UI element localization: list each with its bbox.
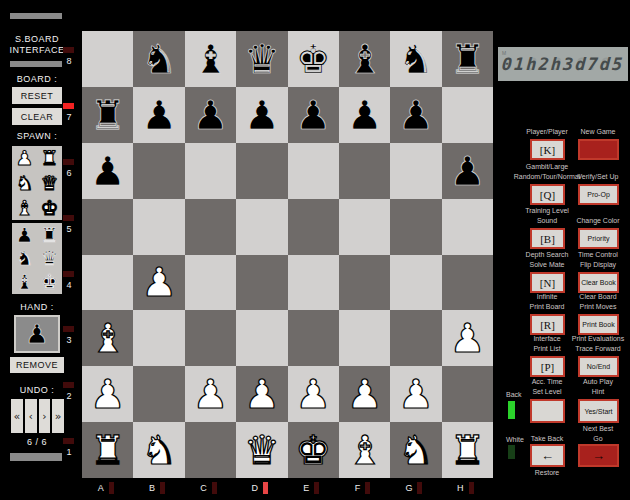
black-pawn: ♟ (398, 95, 434, 135)
rank-label-5: 5 (60, 224, 78, 234)
square-a8[interactable] (82, 31, 133, 87)
white-queen: ♛ (244, 430, 280, 470)
square-b5[interactable] (133, 199, 184, 255)
file-b-block: B (131, 478, 182, 498)
square-h7[interactable] (442, 87, 493, 143)
black-knight: ♞ (141, 39, 177, 79)
undo-first-button[interactable]: « (11, 399, 23, 433)
square-f6[interactable] (339, 143, 390, 199)
bishop-key-button[interactable]: [B] (530, 228, 565, 249)
black-queen: ♛ (244, 39, 280, 79)
black-bishop: ♝ (193, 39, 229, 79)
square-e3[interactable] (288, 310, 339, 366)
square-b1[interactable]: ♞ (133, 422, 184, 478)
square-g5[interactable] (390, 199, 441, 255)
square-g4[interactable] (390, 255, 441, 311)
spawn-white-rook[interactable]: ♜ (38, 147, 62, 170)
spawn-white-pawn[interactable]: ♟ (13, 147, 37, 170)
label-set-level: Set Level (532, 388, 561, 395)
rook-key-button[interactable]: [R] (530, 314, 565, 335)
undo-forward-button[interactable]: › (39, 399, 51, 433)
white-pawn: ♟ (449, 318, 485, 358)
rank-5-led (63, 215, 74, 221)
square-g1[interactable]: ♞ (390, 422, 441, 478)
rank-1-block: 1 (60, 422, 78, 478)
square-c3[interactable] (185, 310, 236, 366)
white-bishop: ♝ (347, 430, 383, 470)
file-label-e: E (303, 483, 309, 493)
hand-slot[interactable]: ♟ (14, 315, 60, 353)
rank-label-1: 1 (60, 447, 78, 457)
label-trace-forward: Trace Forward (575, 345, 620, 352)
print-book-button[interactable]: Print Book (578, 314, 619, 335)
square-b3[interactable] (133, 310, 184, 366)
spawn-black-king[interactable]: ♚ (38, 271, 62, 294)
rank-7-led (63, 103, 74, 109)
square-c8[interactable]: ♝ (185, 31, 236, 87)
label-new-game: New Game (580, 128, 615, 135)
priority-button[interactable]: Priority (578, 228, 619, 249)
file-c-led (212, 482, 217, 494)
file-f-block: F (337, 478, 388, 498)
white-turn-led (508, 445, 515, 459)
black-bishop: ♝ (347, 39, 383, 79)
rank-8-led (63, 47, 74, 53)
file-label-c: C (200, 483, 207, 493)
label-sound: Sound (537, 217, 557, 224)
square-e2[interactable]: ♟ (288, 366, 339, 422)
king-key-button[interactable]: [K] (530, 139, 565, 160)
rank-label-3: 3 (60, 335, 78, 345)
no-end-button[interactable]: No/End (578, 356, 619, 377)
label-go: Go (593, 435, 602, 442)
white-bishop: ♝ (90, 318, 126, 358)
rank-label-4: 4 (60, 280, 78, 290)
queen-key-button[interactable]: [Q] (530, 184, 565, 205)
square-e1[interactable]: ♚ (288, 422, 339, 478)
rank-label-8: 8 (60, 56, 78, 66)
square-d5[interactable] (236, 199, 287, 255)
square-f1[interactable]: ♝ (339, 422, 390, 478)
clear-book-button[interactable]: Clear Book (578, 272, 619, 293)
undo-controls: «‹›» (11, 399, 64, 433)
square-f4[interactable] (339, 255, 390, 311)
file-c-block: C (183, 478, 234, 498)
white-rook: ♜ (449, 430, 485, 470)
new-game-button[interactable] (578, 139, 619, 160)
square-c6[interactable] (185, 143, 236, 199)
label-print-moves: Print Moves (580, 303, 617, 310)
label-restore: Restore (535, 469, 560, 476)
sboard-interface-app: S.BOARD INTERFACE BOARD : RESET CLEAR SP… (0, 0, 630, 500)
rank-1-led (63, 438, 74, 444)
white-pawn: ♟ (244, 374, 280, 414)
file-h-led (469, 482, 474, 494)
label-hint: Hint (592, 388, 604, 395)
square-h2[interactable] (442, 366, 493, 422)
label-print-evaluations: Print Evaluations (572, 335, 625, 342)
label-verify-set-up: Verify/Set Up (578, 173, 619, 180)
remove-button[interactable]: REMOVE (10, 357, 64, 373)
white-turn-label: White (506, 436, 524, 443)
rank-4-led (63, 271, 74, 277)
divider-bar (10, 453, 62, 461)
back-turn-label: Back (506, 391, 522, 398)
square-a5[interactable] (82, 199, 133, 255)
clock-display: M 8.8.8.8.8. 01h2h3d7d5 (498, 47, 628, 81)
square-a3[interactable]: ♝ (82, 310, 133, 366)
take-back-button[interactable]: ← (530, 444, 565, 467)
pro-op-button[interactable]: Pro-Op (578, 184, 619, 205)
square-d6[interactable] (236, 143, 287, 199)
label-gambit-large: Gambit/Large (526, 163, 568, 170)
label-infinite: Infinite (537, 293, 558, 300)
divider-bar (10, 61, 62, 67)
white-pawn: ♟ (295, 374, 331, 414)
rank-7-block: 7 (60, 87, 78, 143)
spawn-palette-white: ♟♜♞♛♝♚ (12, 146, 62, 220)
file-d-block: D (234, 478, 285, 498)
white-knight: ♞ (141, 430, 177, 470)
rank-2-block: 2 (60, 366, 78, 422)
square-d8[interactable]: ♛ (236, 31, 287, 87)
label-acc-time: Acc. Time (532, 378, 563, 385)
clear-button[interactable]: CLEAR (12, 108, 62, 125)
file-label-h: H (457, 483, 464, 493)
square-a2[interactable]: ♟ (82, 366, 133, 422)
rank-6-led (63, 159, 74, 165)
file-a-block: A (80, 478, 131, 498)
square-c5[interactable] (185, 199, 236, 255)
black-rook: ♜ (90, 95, 126, 135)
chess-board: ♞♝♛♚♝♞♜♜♟♟♟♟♟♟♟♟♟♝♟♟♟♟♟♟♟♜♞♛♚♝♞♜ (82, 31, 493, 478)
file-a-led (109, 482, 114, 494)
square-b7[interactable]: ♟ (133, 87, 184, 143)
square-b8[interactable]: ♞ (133, 31, 184, 87)
rank-3-led (63, 326, 74, 332)
rank-label-6: 6 (60, 168, 78, 178)
square-f2[interactable]: ♟ (339, 366, 390, 422)
square-a1[interactable]: ♜ (82, 422, 133, 478)
rank-2-led (63, 382, 74, 388)
white-pawn: ♟ (398, 374, 434, 414)
square-g7[interactable]: ♟ (390, 87, 441, 143)
file-e-block: E (286, 478, 337, 498)
square-e7[interactable]: ♟ (288, 87, 339, 143)
black-pawn: ♟ (90, 151, 126, 191)
square-d1[interactable]: ♛ (236, 422, 287, 478)
label-time-control: Time Control (578, 251, 618, 258)
label-take-back: Take Back (531, 435, 563, 442)
rank-label-7: 7 (60, 112, 78, 122)
black-pawn: ♟ (449, 151, 485, 191)
square-c4[interactable] (185, 255, 236, 311)
white-knight: ♞ (398, 430, 434, 470)
black-rook: ♜ (449, 39, 485, 79)
square-h8[interactable]: ♜ (442, 31, 493, 87)
square-c7[interactable]: ♟ (185, 87, 236, 143)
label-flip-display: Flip Display (580, 261, 616, 268)
label-solve-mate: Solve Mate (529, 261, 564, 268)
white-pawn: ♟ (141, 262, 177, 302)
file-label-d: D (252, 483, 259, 493)
square-e4[interactable] (288, 255, 339, 311)
rank-label-2: 2 (60, 391, 78, 401)
label-print-list: Print List (533, 345, 560, 352)
square-h5[interactable] (442, 199, 493, 255)
go-button[interactable]: → (578, 444, 619, 467)
pawn-key-button[interactable]: [P] (530, 356, 565, 377)
spawn-white-queen[interactable]: ♛ (38, 171, 62, 194)
square-f3[interactable] (339, 310, 390, 366)
white-pawn: ♟ (90, 374, 126, 414)
knight-key-button[interactable]: [N] (530, 272, 565, 293)
square-g6[interactable] (390, 143, 441, 199)
black-pawn: ♟ (347, 95, 383, 135)
rank-6-block: 6 (60, 143, 78, 199)
label-clear-board: Clear Board (579, 293, 616, 300)
white-pawn: ♟ (193, 374, 229, 414)
square-d2[interactable]: ♟ (236, 366, 287, 422)
black-pawn: ♟ (25, 319, 48, 349)
spawn-white-bishop[interactable]: ♝ (13, 196, 37, 219)
square-b2[interactable] (133, 366, 184, 422)
square-h4[interactable] (442, 255, 493, 311)
spawn-black-rook[interactable]: ♜ (38, 223, 62, 246)
file-label-b: B (149, 483, 155, 493)
label-print-board: Print Board (529, 303, 564, 310)
square-g2[interactable]: ♟ (390, 366, 441, 422)
set-level-button[interactable] (530, 399, 565, 423)
white-rook: ♜ (90, 430, 126, 470)
black-pawn: ♟ (193, 95, 229, 135)
black-pawn: ♟ (244, 95, 280, 135)
rank-3-block: 3 (60, 310, 78, 366)
file-e-led (314, 482, 319, 494)
spawn-palette-black: ♟♜♞♛♝♚ (12, 223, 62, 294)
label-auto-play: Auto Play (583, 378, 613, 385)
square-b6[interactable] (133, 143, 184, 199)
rank-8-block: 8 (60, 31, 78, 87)
file-label-g: G (405, 483, 412, 493)
square-b4[interactable]: ♟ (133, 255, 184, 311)
spawn-white-king[interactable]: ♚ (38, 196, 62, 219)
rank-5-block: 5 (60, 199, 78, 255)
square-d3[interactable] (236, 310, 287, 366)
black-knight: ♞ (398, 39, 434, 79)
spawn-black-queen[interactable]: ♛ (38, 247, 62, 270)
file-b-led (160, 482, 165, 494)
black-pawn: ♟ (141, 95, 177, 135)
square-f5[interactable] (339, 199, 390, 255)
white-king: ♚ (295, 430, 331, 470)
file-h-block: H (440, 478, 491, 498)
square-e6[interactable] (288, 143, 339, 199)
square-d7[interactable]: ♟ (236, 87, 287, 143)
square-h1[interactable]: ♜ (442, 422, 493, 478)
file-f-led (365, 482, 370, 494)
label-training-level: Training Level (525, 207, 569, 214)
file-label-f: F (355, 483, 361, 493)
black-pawn: ♟ (295, 95, 331, 135)
label-random-tour-normal: Random/Tour/Normal (514, 173, 581, 180)
divider-bar (10, 13, 62, 19)
label-change-color: Change Color (576, 217, 619, 224)
clock-digits: 01h2h3d7d5 (501, 54, 625, 74)
square-f7[interactable]: ♟ (339, 87, 390, 143)
square-h6[interactable]: ♟ (442, 143, 493, 199)
label-interface: Interface (533, 335, 560, 342)
square-c1[interactable] (185, 422, 236, 478)
black-turn-led (508, 401, 515, 419)
rank-4-block: 4 (60, 255, 78, 311)
square-g8[interactable]: ♞ (390, 31, 441, 87)
label-player-player: Player/Player (526, 128, 568, 135)
square-c2[interactable]: ♟ (185, 366, 236, 422)
square-g3[interactable] (390, 310, 441, 366)
square-e5[interactable] (288, 199, 339, 255)
square-e8[interactable]: ♚ (288, 31, 339, 87)
file-label-a: A (98, 483, 104, 493)
spawn-black-bishop[interactable]: ♝ (13, 271, 37, 294)
square-d4[interactable] (236, 255, 287, 311)
file-d-led (263, 482, 268, 494)
square-f8[interactable]: ♝ (339, 31, 390, 87)
square-a6[interactable]: ♟ (82, 143, 133, 199)
file-g-block: G (388, 478, 439, 498)
black-king: ♚ (295, 39, 331, 79)
undo-back-button[interactable]: ‹ (25, 399, 37, 433)
reset-button[interactable]: RESET (12, 87, 62, 104)
square-a7[interactable]: ♜ (82, 87, 133, 143)
file-g-led (417, 482, 422, 494)
spawn-white-knight[interactable]: ♞ (13, 171, 37, 194)
label-depth-search: Depth Search (526, 251, 569, 258)
yes-start-button[interactable]: Yes/Start (578, 399, 619, 423)
square-h3[interactable]: ♟ (442, 310, 493, 366)
square-a4[interactable] (82, 255, 133, 311)
white-pawn: ♟ (347, 374, 383, 414)
spawn-black-pawn[interactable]: ♟ (13, 223, 37, 246)
spawn-black-knight[interactable]: ♞ (13, 247, 37, 270)
